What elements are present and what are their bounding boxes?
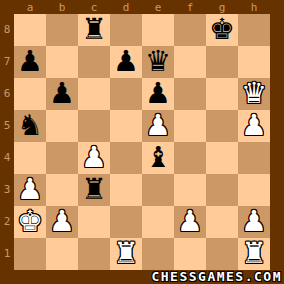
square-g4 <box>206 142 238 174</box>
square-c6 <box>78 78 110 110</box>
square-e6: ♟ <box>142 78 174 110</box>
square-a8 <box>14 14 46 46</box>
square-e3 <box>142 174 174 206</box>
rank-label-4: 4 <box>0 142 14 174</box>
square-h4 <box>238 142 270 174</box>
white-pawn: ♟ <box>78 141 110 173</box>
rank-label-7: 7 <box>0 46 14 78</box>
square-b4 <box>46 142 78 174</box>
square-e2 <box>142 206 174 238</box>
white-queen: ♛ <box>238 77 270 109</box>
square-d8 <box>110 14 142 46</box>
square-e7: ♛ <box>142 46 174 78</box>
square-c2 <box>78 206 110 238</box>
file-label-e: e <box>142 0 174 14</box>
square-a2: ♚ <box>14 206 46 238</box>
rank-label-1: 1 <box>0 238 14 270</box>
square-f8 <box>174 14 206 46</box>
square-f3 <box>174 174 206 206</box>
square-e8 <box>142 14 174 46</box>
rank-label-3: 3 <box>0 174 14 206</box>
black-knight: ♞ <box>14 109 46 141</box>
black-rook: ♜ <box>78 173 110 205</box>
white-king: ♚ <box>14 205 46 237</box>
chess-diagram: abcdefgh 87654321 ♜♚♟♟♛♟♟♛♞♟♟♟♝♟♜♚♟♟♟♜♜ … <box>0 0 284 284</box>
rank-label-2: 2 <box>0 206 14 238</box>
square-g7 <box>206 46 238 78</box>
black-pawn: ♟ <box>142 77 174 109</box>
file-label-d: d <box>110 0 142 14</box>
black-king: ♚ <box>206 13 238 45</box>
black-bishop: ♝ <box>142 141 174 173</box>
square-c7 <box>78 46 110 78</box>
square-d1: ♜ <box>110 238 142 270</box>
square-f7 <box>174 46 206 78</box>
square-c8: ♜ <box>78 14 110 46</box>
square-h8 <box>238 14 270 46</box>
square-c5 <box>78 110 110 142</box>
square-d5 <box>110 110 142 142</box>
square-b3 <box>46 174 78 206</box>
rank-label-6: 6 <box>0 78 14 110</box>
board-grid: ♜♚♟♟♛♟♟♛♞♟♟♟♝♟♜♚♟♟♟♜♜ <box>14 14 270 270</box>
square-f5 <box>174 110 206 142</box>
square-b2: ♟ <box>46 206 78 238</box>
square-h3 <box>238 174 270 206</box>
white-rook: ♜ <box>238 237 270 269</box>
white-pawn: ♟ <box>174 205 206 237</box>
white-pawn: ♟ <box>142 109 174 141</box>
square-b1 <box>46 238 78 270</box>
square-h6: ♛ <box>238 78 270 110</box>
square-b5 <box>46 110 78 142</box>
square-f4 <box>174 142 206 174</box>
square-f1 <box>174 238 206 270</box>
file-label-b: b <box>46 0 78 14</box>
square-a4 <box>14 142 46 174</box>
square-c3: ♜ <box>78 174 110 206</box>
square-c1 <box>78 238 110 270</box>
file-label-a: a <box>14 0 46 14</box>
square-b6: ♟ <box>46 78 78 110</box>
square-c4: ♟ <box>78 142 110 174</box>
square-g2 <box>206 206 238 238</box>
square-b7 <box>46 46 78 78</box>
square-h5: ♟ <box>238 110 270 142</box>
square-f6 <box>174 78 206 110</box>
square-b8 <box>46 14 78 46</box>
square-a5: ♞ <box>14 110 46 142</box>
black-pawn: ♟ <box>14 45 46 77</box>
square-g5 <box>206 110 238 142</box>
black-pawn: ♟ <box>46 77 78 109</box>
square-h7 <box>238 46 270 78</box>
black-queen: ♛ <box>142 45 174 77</box>
square-g3 <box>206 174 238 206</box>
square-a3: ♟ <box>14 174 46 206</box>
white-pawn: ♟ <box>46 205 78 237</box>
square-e5: ♟ <box>142 110 174 142</box>
square-d4 <box>110 142 142 174</box>
square-f2: ♟ <box>174 206 206 238</box>
rank-label-5: 5 <box>0 110 14 142</box>
black-pawn: ♟ <box>110 45 142 77</box>
square-d3 <box>110 174 142 206</box>
square-a7: ♟ <box>14 46 46 78</box>
white-pawn: ♟ <box>238 109 270 141</box>
file-label-h: h <box>238 0 270 14</box>
square-g6 <box>206 78 238 110</box>
square-a6 <box>14 78 46 110</box>
white-pawn: ♟ <box>238 205 270 237</box>
file-label-f: f <box>174 0 206 14</box>
square-g1 <box>206 238 238 270</box>
square-h1: ♜ <box>238 238 270 270</box>
square-h2: ♟ <box>238 206 270 238</box>
square-e1 <box>142 238 174 270</box>
square-a1 <box>14 238 46 270</box>
square-d6 <box>110 78 142 110</box>
square-d2 <box>110 206 142 238</box>
square-e4: ♝ <box>142 142 174 174</box>
rank-label-8: 8 <box>0 14 14 46</box>
square-g8: ♚ <box>206 14 238 46</box>
branding-watermark: CHESSGAMES.COM <box>151 270 282 284</box>
white-rook: ♜ <box>110 237 142 269</box>
white-pawn: ♟ <box>14 173 46 205</box>
black-rook: ♜ <box>78 13 110 45</box>
square-d7: ♟ <box>110 46 142 78</box>
